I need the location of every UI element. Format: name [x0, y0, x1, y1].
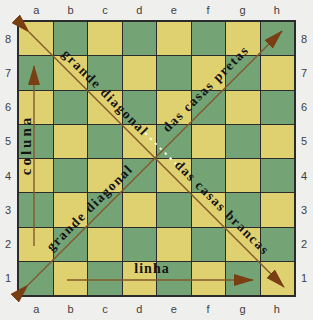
chess-diagram: abcdefgh 87654321 87654321 abcdefgh gran… — [0, 0, 313, 320]
square-e8 — [157, 22, 191, 55]
square-h6 — [261, 91, 295, 124]
chessboard — [17, 20, 296, 297]
rank-label-right-3: 3 — [297, 193, 311, 227]
file-label-bottom-b: b — [53, 301, 87, 317]
rank-label-left-4: 4 — [1, 159, 15, 193]
square-h5 — [261, 125, 295, 158]
square-c5 — [88, 125, 122, 158]
square-a1 — [19, 262, 53, 295]
rank-label-left-5: 5 — [1, 124, 15, 158]
square-h7 — [261, 56, 295, 89]
rank-labels-right: 87654321 — [297, 22, 311, 295]
square-c8 — [88, 22, 122, 55]
square-a7 — [19, 56, 53, 89]
square-h8 — [261, 22, 295, 55]
file-label-bottom-f: f — [191, 301, 225, 317]
rank-label-left-6: 6 — [1, 90, 15, 124]
file-labels-top: abcdefgh — [19, 2, 294, 18]
board-grid — [19, 22, 294, 295]
file-label-top-e: e — [157, 2, 191, 18]
file-label-bottom-c: c — [88, 301, 122, 317]
rank-label-right-6: 6 — [297, 90, 311, 124]
label-coluna: coluna — [18, 115, 35, 176]
rank-label-left-2: 2 — [1, 227, 15, 261]
square-d3 — [123, 193, 157, 226]
square-b5 — [54, 125, 88, 158]
square-d2 — [123, 228, 157, 261]
rank-label-right-2: 2 — [297, 227, 311, 261]
rank-label-right-4: 4 — [297, 159, 311, 193]
square-e7 — [157, 56, 191, 89]
file-labels-bottom: abcdefgh — [19, 301, 294, 317]
file-label-top-d: d — [122, 2, 156, 18]
rank-labels-left: 87654321 — [1, 22, 15, 295]
file-label-bottom-a: a — [19, 301, 53, 317]
square-a3 — [19, 193, 53, 226]
file-label-top-g: g — [225, 2, 259, 18]
rank-label-left-3: 3 — [1, 193, 15, 227]
square-g6 — [226, 91, 260, 124]
square-b1 — [54, 262, 88, 295]
square-h1 — [261, 262, 295, 295]
square-b4 — [54, 159, 88, 192]
file-label-bottom-d: d — [122, 301, 156, 317]
rank-label-right-8: 8 — [297, 22, 311, 56]
file-label-top-a: a — [19, 2, 53, 18]
rank-label-left-1: 1 — [1, 261, 15, 295]
square-e2 — [157, 228, 191, 261]
square-d8 — [123, 22, 157, 55]
square-h4 — [261, 159, 295, 192]
square-h3 — [261, 193, 295, 226]
file-label-top-h: h — [260, 2, 294, 18]
rank-label-right-7: 7 — [297, 56, 311, 90]
file-label-top-c: c — [88, 2, 122, 18]
square-g1 — [226, 262, 260, 295]
square-f8 — [192, 22, 226, 55]
rank-label-right-5: 5 — [297, 124, 311, 158]
square-g4 — [226, 159, 260, 192]
square-d7 — [123, 56, 157, 89]
label-linha: linha — [134, 261, 169, 277]
square-b6 — [54, 91, 88, 124]
rank-label-left-7: 7 — [1, 56, 15, 90]
file-label-top-f: f — [191, 2, 225, 18]
square-a8 — [19, 22, 53, 55]
file-label-bottom-g: g — [225, 301, 259, 317]
rank-label-right-1: 1 — [297, 261, 311, 295]
file-label-top-b: b — [53, 2, 87, 18]
square-g5 — [226, 125, 260, 158]
square-e3 — [157, 193, 191, 226]
square-f1 — [192, 262, 226, 295]
square-f2 — [192, 228, 226, 261]
square-c2 — [88, 228, 122, 261]
file-label-bottom-e: e — [157, 301, 191, 317]
square-c1 — [88, 262, 122, 295]
rank-label-left-8: 8 — [1, 22, 15, 56]
file-label-bottom-h: h — [260, 301, 294, 317]
square-f5 — [192, 125, 226, 158]
